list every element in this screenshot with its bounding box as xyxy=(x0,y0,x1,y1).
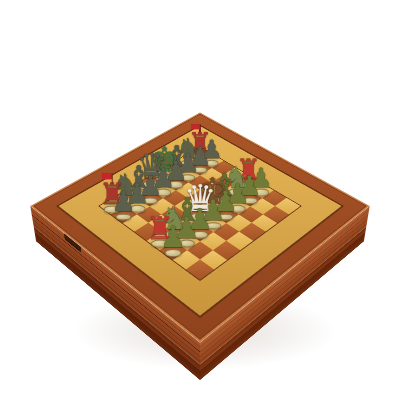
square-c3 xyxy=(187,223,213,241)
square-d2 xyxy=(213,223,239,241)
square-c2 xyxy=(200,232,227,250)
square-a6 xyxy=(123,214,149,231)
square-d3 xyxy=(200,214,226,231)
board-grid xyxy=(100,147,301,280)
square-a7 xyxy=(111,206,136,223)
square-a5 xyxy=(135,223,161,241)
square-g1 xyxy=(264,206,289,223)
chess-set-product-photo: ♜♞♟♝♟♚♟♛♟♜♝♟♞♟♞♟♝♟♜♟♚♟♟♛♟♝♟♞♟♜♟♟ xyxy=(0,0,400,400)
square-c1 xyxy=(213,241,240,260)
square-e2 xyxy=(226,214,252,231)
square-b4 xyxy=(161,223,187,241)
square-f1 xyxy=(252,214,278,231)
square-f2 xyxy=(238,206,263,223)
board-top-face xyxy=(30,113,369,343)
square-a3 xyxy=(160,241,187,260)
square-d4 xyxy=(187,206,212,223)
square-b5 xyxy=(148,214,174,231)
square-a2 xyxy=(173,250,200,270)
square-b2 xyxy=(187,241,214,260)
square-a4 xyxy=(147,232,174,250)
square-d1 xyxy=(227,232,254,250)
square-a1 xyxy=(186,260,214,280)
square-b3 xyxy=(173,232,200,250)
square-c5 xyxy=(162,206,187,223)
scene-3d xyxy=(0,0,400,400)
square-b6 xyxy=(136,206,161,223)
square-b1 xyxy=(200,250,227,270)
square-e3 xyxy=(213,206,238,223)
square-c4 xyxy=(174,214,200,231)
square-e1 xyxy=(239,223,265,241)
chess-box xyxy=(30,113,369,343)
